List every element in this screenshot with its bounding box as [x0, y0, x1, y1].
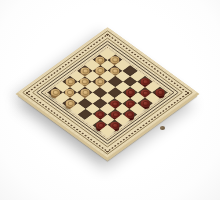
checkers-board — [18, 27, 198, 157]
photo-background — [0, 0, 220, 200]
clasp-knob — [160, 126, 165, 130]
